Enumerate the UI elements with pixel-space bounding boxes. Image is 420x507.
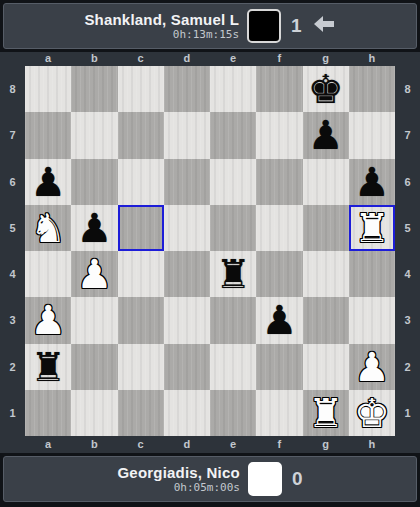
square-e2[interactable] — [210, 344, 256, 390]
rank-label-1: 1 — [0, 390, 25, 436]
square-b8[interactable] — [71, 66, 117, 112]
square-e1[interactable] — [210, 390, 256, 436]
square-g6[interactable] — [303, 159, 349, 205]
square-h6[interactable]: ♟ — [349, 159, 395, 205]
black-rook-piece[interactable]: ♜ — [215, 251, 251, 297]
top-player-bar: Shankland, Samuel L 0h:13m:15s 1 — [3, 3, 417, 49]
white-king-piece[interactable]: ♚ — [354, 390, 390, 436]
square-d7[interactable] — [164, 112, 210, 158]
square-c8[interactable] — [118, 66, 164, 112]
bottom-player-score: 0 — [292, 468, 303, 490]
square-c4[interactable] — [118, 251, 164, 297]
square-g5[interactable] — [303, 205, 349, 251]
square-b3[interactable] — [71, 297, 117, 343]
file-label-a: a — [25, 52, 71, 66]
square-b6[interactable] — [71, 159, 117, 205]
file-label-d: d — [164, 436, 210, 453]
rank-label-6: 6 — [395, 159, 420, 205]
square-c7[interactable] — [118, 112, 164, 158]
rank-labels-right: 87654321 — [395, 66, 420, 436]
square-a6[interactable]: ♟ — [25, 159, 71, 205]
black-pawn-piece[interactable]: ♟ — [354, 159, 390, 205]
top-player-score: 1 — [291, 15, 302, 37]
rank-labels-left: 87654321 — [0, 66, 25, 436]
square-a8[interactable] — [25, 66, 71, 112]
white-pawn-piece[interactable]: ♟ — [76, 251, 112, 297]
white-color-indicator — [248, 462, 282, 496]
square-f6[interactable] — [256, 159, 302, 205]
white-knight-piece[interactable]: ♞ — [30, 205, 66, 251]
square-b2[interactable] — [71, 344, 117, 390]
file-labels-bottom: abcdefgh — [25, 436, 395, 453]
square-f5[interactable] — [256, 205, 302, 251]
square-g4[interactable] — [303, 251, 349, 297]
rank-label-7: 7 — [395, 112, 420, 158]
white-rook-piece[interactable]: ♜ — [308, 390, 344, 436]
square-b1[interactable] — [71, 390, 117, 436]
square-e3[interactable] — [210, 297, 256, 343]
bottom-player-name: Georgiadis, Nico — [118, 464, 240, 481]
black-rook-piece[interactable]: ♜ — [30, 344, 66, 390]
square-c2[interactable] — [118, 344, 164, 390]
square-c5[interactable] — [118, 205, 164, 251]
square-d1[interactable] — [164, 390, 210, 436]
square-h3[interactable] — [349, 297, 395, 343]
square-c6[interactable] — [118, 159, 164, 205]
rank-label-2: 2 — [0, 344, 25, 390]
file-label-g: g — [303, 52, 349, 66]
square-a1[interactable] — [25, 390, 71, 436]
file-label-a: a — [25, 436, 71, 453]
square-g2[interactable] — [303, 344, 349, 390]
rank-label-5: 5 — [395, 205, 420, 251]
file-label-c: c — [118, 52, 164, 66]
square-h8[interactable] — [349, 66, 395, 112]
square-h4[interactable] — [349, 251, 395, 297]
file-label-e: e — [210, 52, 256, 66]
square-e4[interactable]: ♜ — [210, 251, 256, 297]
black-pawn-piece[interactable]: ♟ — [30, 159, 66, 205]
file-label-c: c — [118, 436, 164, 453]
white-pawn-piece[interactable]: ♟ — [354, 344, 390, 390]
previous-move-arrow-button[interactable] — [312, 15, 336, 37]
bottom-player-bar: Georgiadis, Nico 0h:05m:00s 0 — [3, 456, 417, 502]
square-f7[interactable] — [256, 112, 302, 158]
square-d4[interactable] — [164, 251, 210, 297]
rank-label-4: 4 — [0, 251, 25, 297]
black-pawn-piece[interactable]: ♟ — [308, 112, 344, 158]
square-a4[interactable] — [25, 251, 71, 297]
square-b5[interactable]: ♟ — [71, 205, 117, 251]
square-e5[interactable] — [210, 205, 256, 251]
square-g3[interactable] — [303, 297, 349, 343]
square-a2[interactable]: ♜ — [25, 344, 71, 390]
file-label-f: f — [256, 436, 302, 453]
white-pawn-piece[interactable]: ♟ — [30, 297, 66, 343]
file-label-b: b — [71, 436, 117, 453]
square-e6[interactable] — [210, 159, 256, 205]
chess-board-frame: abcdefgh 87654321 ♚♟♟♟♞♟♜♟♜♟♟♜♟♜♚ 876543… — [0, 52, 420, 453]
file-label-e: e — [210, 436, 256, 453]
square-g7[interactable]: ♟ — [303, 112, 349, 158]
square-h1[interactable]: ♚ — [349, 390, 395, 436]
top-player-name: Shankland, Samuel L — [84, 11, 239, 28]
black-pawn-piece[interactable]: ♟ — [261, 297, 297, 343]
square-e7[interactable] — [210, 112, 256, 158]
square-g1[interactable]: ♜ — [303, 390, 349, 436]
square-f8[interactable] — [256, 66, 302, 112]
arrow-left-icon — [312, 15, 336, 37]
top-player-info: Shankland, Samuel L 0h:13m:15s — [84, 11, 239, 42]
square-a5[interactable]: ♞ — [25, 205, 71, 251]
black-king-piece[interactable]: ♚ — [308, 66, 344, 112]
square-h5[interactable]: ♜ — [349, 205, 395, 251]
square-d2[interactable] — [164, 344, 210, 390]
square-d5[interactable] — [164, 205, 210, 251]
square-f4[interactable] — [256, 251, 302, 297]
square-c3[interactable] — [118, 297, 164, 343]
file-label-d: d — [164, 52, 210, 66]
file-labels-top: abcdefgh — [25, 52, 395, 66]
square-e8[interactable] — [210, 66, 256, 112]
file-label-h: h — [349, 436, 395, 453]
file-label-f: f — [256, 52, 302, 66]
rank-label-7: 7 — [0, 112, 25, 158]
black-pawn-piece[interactable]: ♟ — [76, 205, 112, 251]
rank-label-2: 2 — [395, 344, 420, 390]
file-label-b: b — [71, 52, 117, 66]
rank-label-5: 5 — [0, 205, 25, 251]
square-b4[interactable]: ♟ — [71, 251, 117, 297]
square-d8[interactable] — [164, 66, 210, 112]
rank-label-8: 8 — [0, 66, 25, 112]
bottom-player-clock: 0h:05m:00s — [118, 482, 240, 495]
white-rook-piece[interactable]: ♜ — [354, 205, 390, 251]
square-c1[interactable] — [118, 390, 164, 436]
rank-label-3: 3 — [395, 297, 420, 343]
top-player-clock: 0h:13m:15s — [84, 29, 239, 42]
chess-board: ♚♟♟♟♞♟♜♟♜♟♟♜♟♜♚ — [25, 66, 395, 436]
square-a3[interactable]: ♟ — [25, 297, 71, 343]
file-label-h: h — [349, 52, 395, 66]
square-g8[interactable]: ♚ — [303, 66, 349, 112]
rank-label-4: 4 — [395, 251, 420, 297]
rank-label-3: 3 — [0, 297, 25, 343]
bottom-player-info: Georgiadis, Nico 0h:05m:00s — [118, 464, 240, 495]
file-label-g: g — [303, 436, 349, 453]
rank-label-1: 1 — [395, 390, 420, 436]
square-f1[interactable] — [256, 390, 302, 436]
square-f3[interactable]: ♟ — [256, 297, 302, 343]
square-a7[interactable] — [25, 112, 71, 158]
square-d6[interactable] — [164, 159, 210, 205]
square-d3[interactable] — [164, 297, 210, 343]
square-f2[interactable] — [256, 344, 302, 390]
rank-label-6: 6 — [0, 159, 25, 205]
square-b7[interactable] — [71, 112, 117, 158]
rank-label-8: 8 — [395, 66, 420, 112]
square-h7[interactable] — [349, 112, 395, 158]
black-color-indicator — [247, 9, 281, 43]
square-h2[interactable]: ♟ — [349, 344, 395, 390]
